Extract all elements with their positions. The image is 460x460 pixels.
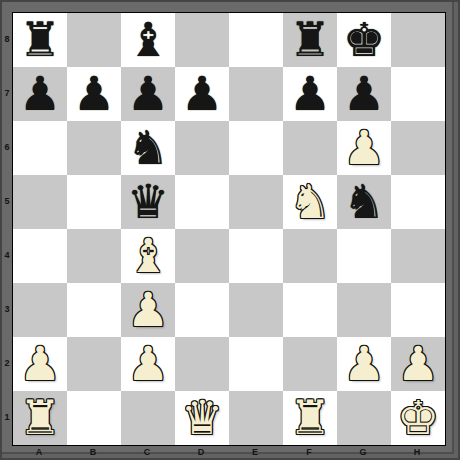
square-f4[interactable] [283, 229, 337, 283]
square-e6[interactable] [229, 121, 283, 175]
square-g4[interactable] [337, 229, 391, 283]
square-c6[interactable]: ♞ [121, 121, 175, 175]
white-pawn-icon[interactable]: ♟ [127, 340, 169, 387]
square-c1[interactable] [121, 391, 175, 445]
square-a4[interactable] [13, 229, 67, 283]
square-c7[interactable]: ♟ [121, 67, 175, 121]
square-h7[interactable] [391, 67, 445, 121]
square-g2[interactable]: ♟ [337, 337, 391, 391]
square-b4[interactable] [67, 229, 121, 283]
square-c8[interactable]: ♝ [121, 13, 175, 67]
square-e7[interactable] [229, 67, 283, 121]
square-h5[interactable] [391, 175, 445, 229]
rank-label-8: 8 [2, 12, 12, 66]
square-b8[interactable] [67, 13, 121, 67]
file-label-c: C [120, 446, 174, 459]
file-label-f: F [282, 446, 336, 459]
square-e3[interactable] [229, 283, 283, 337]
white-king-icon[interactable]: ♚ [397, 394, 439, 441]
square-a7[interactable]: ♟ [13, 67, 67, 121]
square-g3[interactable] [337, 283, 391, 337]
square-f1[interactable]: ♜ [283, 391, 337, 445]
square-e2[interactable] [229, 337, 283, 391]
black-bishop-icon[interactable]: ♝ [127, 16, 169, 63]
black-pawn-icon[interactable]: ♟ [127, 70, 169, 117]
square-h2[interactable]: ♟ [391, 337, 445, 391]
square-g8[interactable]: ♚ [337, 13, 391, 67]
square-b6[interactable] [67, 121, 121, 175]
black-pawn-icon[interactable]: ♟ [73, 70, 115, 117]
white-queen-icon[interactable]: ♛ [181, 394, 223, 441]
rank-labels: 87654321 [2, 12, 12, 444]
square-c3[interactable]: ♟ [121, 283, 175, 337]
square-d8[interactable] [175, 13, 229, 67]
white-knight-icon[interactable]: ♞ [289, 178, 331, 225]
file-labels: ABCDEFGH [12, 446, 446, 459]
square-d1[interactable]: ♛ [175, 391, 229, 445]
file-label-e: E [228, 446, 282, 459]
square-d5[interactable] [175, 175, 229, 229]
black-rook-icon[interactable]: ♜ [19, 16, 61, 63]
square-f7[interactable]: ♟ [283, 67, 337, 121]
white-pawn-icon[interactable]: ♟ [397, 340, 439, 387]
rank-label-6: 6 [2, 120, 12, 174]
square-g7[interactable]: ♟ [337, 67, 391, 121]
square-b1[interactable] [67, 391, 121, 445]
square-d7[interactable]: ♟ [175, 67, 229, 121]
square-d2[interactable] [175, 337, 229, 391]
white-pawn-icon[interactable]: ♟ [19, 340, 61, 387]
square-f3[interactable] [283, 283, 337, 337]
square-g5[interactable]: ♞ [337, 175, 391, 229]
square-f6[interactable] [283, 121, 337, 175]
rank-label-2: 2 [2, 336, 12, 390]
square-a2[interactable]: ♟ [13, 337, 67, 391]
rank-label-5: 5 [2, 174, 12, 228]
square-e8[interactable] [229, 13, 283, 67]
square-a3[interactable] [13, 283, 67, 337]
square-a1[interactable]: ♜ [13, 391, 67, 445]
square-c4[interactable]: ♝ [121, 229, 175, 283]
square-b5[interactable] [67, 175, 121, 229]
black-rook-icon[interactable]: ♜ [289, 16, 331, 63]
white-pawn-icon[interactable]: ♟ [127, 286, 169, 333]
square-f2[interactable] [283, 337, 337, 391]
white-pawn-icon[interactable]: ♟ [343, 340, 385, 387]
square-e5[interactable] [229, 175, 283, 229]
square-h3[interactable] [391, 283, 445, 337]
white-rook-icon[interactable]: ♜ [19, 394, 61, 441]
rank-label-4: 4 [2, 228, 12, 282]
square-d4[interactable] [175, 229, 229, 283]
black-pawn-icon[interactable]: ♟ [343, 70, 385, 117]
black-king-icon[interactable]: ♚ [343, 16, 385, 63]
square-b3[interactable] [67, 283, 121, 337]
black-pawn-icon[interactable]: ♟ [289, 70, 331, 117]
square-h1[interactable]: ♚ [391, 391, 445, 445]
chess-board-frame: 87654321 ♜♝♜♚♟♟♟♟♟♟♞♟♛♞♞♝♟♟♟♟♟♜♛♜♚ ABCDE… [0, 0, 460, 460]
square-c5[interactable]: ♛ [121, 175, 175, 229]
square-d6[interactable] [175, 121, 229, 175]
rank-label-7: 7 [2, 66, 12, 120]
square-g1[interactable] [337, 391, 391, 445]
square-g6[interactable]: ♟ [337, 121, 391, 175]
square-a5[interactable] [13, 175, 67, 229]
chess-board: ♜♝♜♚♟♟♟♟♟♟♞♟♛♞♞♝♟♟♟♟♟♜♛♜♚ [12, 12, 446, 446]
square-f5[interactable]: ♞ [283, 175, 337, 229]
square-b7[interactable]: ♟ [67, 67, 121, 121]
black-pawn-icon[interactable]: ♟ [181, 70, 223, 117]
square-b2[interactable] [67, 337, 121, 391]
square-a6[interactable] [13, 121, 67, 175]
file-label-g: G [336, 446, 390, 459]
white-bishop-icon[interactable]: ♝ [127, 232, 169, 279]
square-d3[interactable] [175, 283, 229, 337]
black-pawn-icon[interactable]: ♟ [19, 70, 61, 117]
file-label-d: D [174, 446, 228, 459]
white-rook-icon[interactable]: ♜ [289, 394, 331, 441]
file-label-b: B [66, 446, 120, 459]
white-pawn-icon[interactable]: ♟ [343, 124, 385, 171]
square-c2[interactable]: ♟ [121, 337, 175, 391]
file-label-a: A [12, 446, 66, 459]
square-f8[interactable]: ♜ [283, 13, 337, 67]
black-queen-icon[interactable]: ♛ [127, 178, 169, 225]
black-knight-icon[interactable]: ♞ [343, 178, 385, 225]
square-e4[interactable] [229, 229, 283, 283]
black-knight-icon[interactable]: ♞ [127, 124, 169, 171]
square-h6[interactable] [391, 121, 445, 175]
square-h4[interactable] [391, 229, 445, 283]
square-a8[interactable]: ♜ [13, 13, 67, 67]
file-label-h: H [390, 446, 444, 459]
square-h8[interactable] [391, 13, 445, 67]
rank-label-1: 1 [2, 390, 12, 444]
square-e1[interactable] [229, 391, 283, 445]
rank-label-3: 3 [2, 282, 12, 336]
